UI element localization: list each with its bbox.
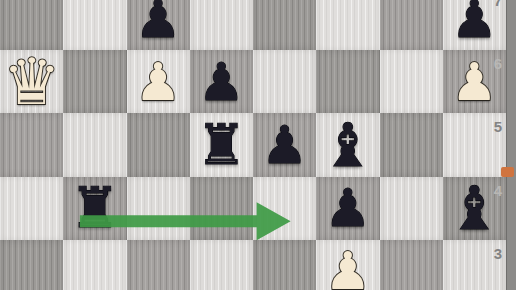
white-pawn-c6[interactable]: ♟ <box>127 50 190 113</box>
square-e4[interactable] <box>253 177 316 240</box>
rank-label-4: 4 <box>494 182 502 199</box>
white-pawn-f3[interactable]: ♟ <box>316 240 379 290</box>
black-rook-d5[interactable]: ♜ <box>190 113 253 176</box>
square-h6[interactable]: ♟6 <box>443 50 506 113</box>
square-a4[interactable] <box>0 177 63 240</box>
square-a7[interactable] <box>0 0 63 50</box>
square-e6[interactable] <box>253 50 316 113</box>
black-bishop-f5[interactable]: ♝ <box>316 113 379 176</box>
square-e3[interactable] <box>253 240 316 290</box>
square-f7[interactable] <box>316 0 379 50</box>
square-a5[interactable] <box>0 113 63 176</box>
square-c3[interactable] <box>127 240 190 290</box>
square-h7[interactable]: ♟7 <box>443 0 506 50</box>
square-b3[interactable] <box>63 240 126 290</box>
square-g6[interactable] <box>380 50 443 113</box>
black-rook-b4[interactable]: ♜ <box>63 177 126 240</box>
white-queen-a6[interactable]: ♛ <box>0 50 63 113</box>
square-a3[interactable] <box>0 240 63 290</box>
square-e5[interactable]: ♟ <box>253 113 316 176</box>
black-pawn-h7[interactable]: ♟ <box>443 0 506 50</box>
square-b6[interactable] <box>63 50 126 113</box>
square-c4[interactable] <box>127 177 190 240</box>
chess-board: ♟♟7♛♟♟♟6♜♟♝5♜♟♝4♟3 <box>0 0 506 290</box>
square-d4[interactable] <box>190 177 253 240</box>
square-e7[interactable] <box>253 0 316 50</box>
square-b5[interactable] <box>63 113 126 176</box>
black-bishop-h4[interactable]: ♝ <box>443 177 506 240</box>
square-f3[interactable]: ♟ <box>316 240 379 290</box>
square-h3[interactable]: 3 <box>443 240 506 290</box>
rank-label-5: 5 <box>494 118 502 135</box>
square-b7[interactable] <box>63 0 126 50</box>
black-pawn-f4[interactable]: ♟ <box>316 177 379 240</box>
black-pawn-e5[interactable]: ♟ <box>253 113 316 176</box>
square-g3[interactable] <box>380 240 443 290</box>
square-c7[interactable]: ♟ <box>127 0 190 50</box>
board-right-margin <box>506 0 516 290</box>
square-c5[interactable] <box>127 113 190 176</box>
black-pawn-c7[interactable]: ♟ <box>127 0 190 50</box>
rank-label-3: 3 <box>494 245 502 262</box>
black-pawn-d6[interactable]: ♟ <box>190 50 253 113</box>
square-d7[interactable] <box>190 0 253 50</box>
rank-label-7: 7 <box>494 0 502 9</box>
white-pawn-h6[interactable]: ♟ <box>443 50 506 113</box>
square-f4[interactable]: ♟ <box>316 177 379 240</box>
rank-label-6: 6 <box>494 55 502 72</box>
square-g4[interactable] <box>380 177 443 240</box>
square-b4[interactable]: ♜ <box>63 177 126 240</box>
square-c6[interactable]: ♟ <box>127 50 190 113</box>
orange-edge-marker-icon <box>501 167 514 177</box>
square-f6[interactable] <box>316 50 379 113</box>
square-f5[interactable]: ♝ <box>316 113 379 176</box>
square-d6[interactable]: ♟ <box>190 50 253 113</box>
chess-board-screenshot: ♟♟7♛♟♟♟6♜♟♝5♜♟♝4♟3 <box>0 0 516 290</box>
square-d5[interactable]: ♜ <box>190 113 253 176</box>
square-d3[interactable] <box>190 240 253 290</box>
square-a6[interactable]: ♛ <box>0 50 63 113</box>
square-g7[interactable] <box>380 0 443 50</box>
square-h4[interactable]: ♝4 <box>443 177 506 240</box>
square-h5[interactable]: 5 <box>443 113 506 176</box>
square-g5[interactable] <box>380 113 443 176</box>
